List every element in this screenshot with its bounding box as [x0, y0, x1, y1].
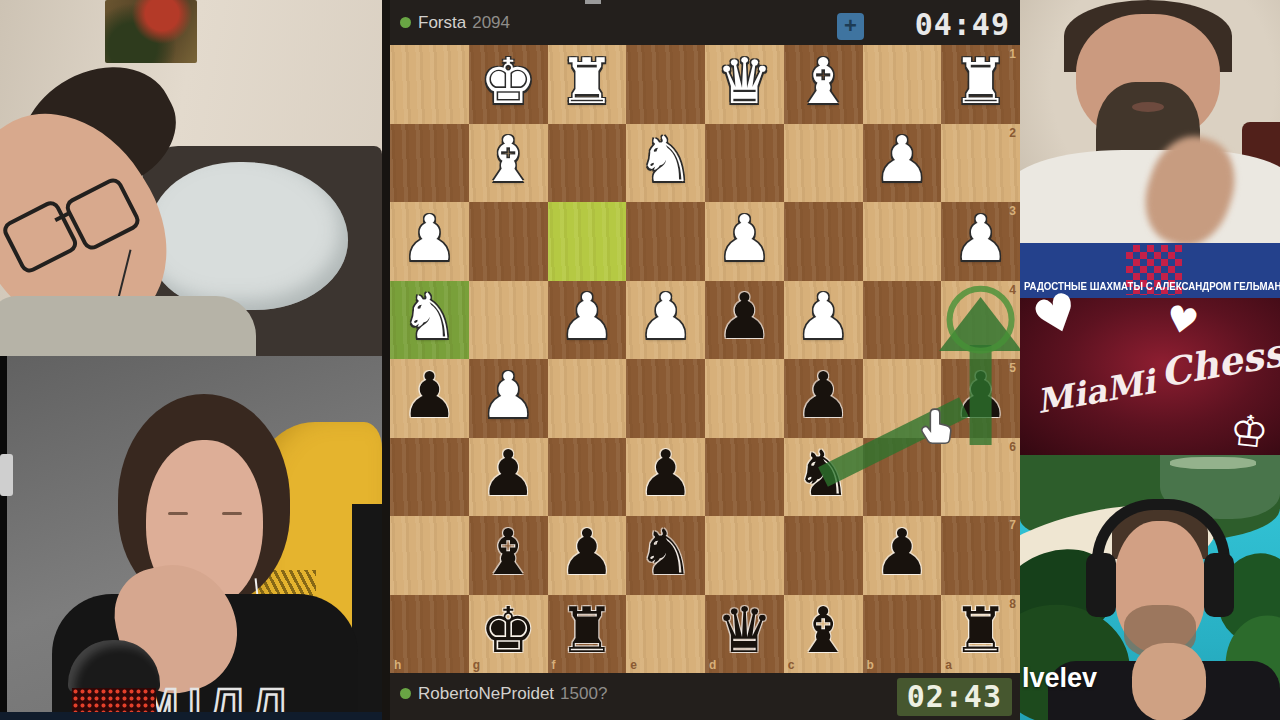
player-name-text: Forsta	[418, 13, 466, 32]
square-e6[interactable]: ♟	[626, 438, 705, 517]
square-h6[interactable]	[390, 438, 469, 517]
white-pawn-f4: ♟	[559, 285, 615, 348]
eyebrow	[168, 512, 188, 515]
square-h5[interactable]: ♟	[390, 359, 469, 438]
square-e4[interactable]: ♟	[626, 281, 705, 360]
square-b2[interactable]: ♟	[863, 124, 942, 203]
black-pawn-a5: ♟	[952, 364, 1008, 427]
rank-label-6: 6	[1009, 440, 1016, 454]
black-pawn-f7: ♟	[559, 521, 615, 584]
square-g3[interactable]	[469, 202, 548, 281]
bottom-player-bar: RobertoNeProidet1500? 02:43	[390, 673, 1020, 720]
frame-edge	[0, 712, 382, 720]
rank-label-5: 5	[1009, 361, 1016, 375]
square-f2[interactable]	[548, 124, 627, 203]
square-b4[interactable]	[863, 281, 942, 360]
black-pawn-e6: ♟	[637, 442, 693, 505]
square-g5[interactable]: ♟	[469, 359, 548, 438]
white-pawn-a3: ♟	[952, 207, 1008, 270]
square-c7[interactable]	[784, 516, 863, 595]
square-d4[interactable]: ♟	[705, 281, 784, 360]
square-g1[interactable]: ♚	[469, 45, 548, 124]
square-a6[interactable]: 6	[941, 438, 1020, 517]
black-pawn-h5: ♟	[401, 364, 457, 427]
square-a1[interactable]: ♜1	[941, 45, 1020, 124]
square-e3[interactable]	[626, 202, 705, 281]
online-status-dot	[400, 17, 411, 28]
webcam-bottom-right: lvelev	[1020, 455, 1280, 720]
white-bishop-g2: ♝	[480, 128, 536, 191]
headphone-cup-left	[1086, 553, 1116, 617]
square-b3[interactable]	[863, 202, 942, 281]
square-c3[interactable]	[784, 202, 863, 281]
square-b6[interactable]	[863, 438, 942, 517]
square-e5[interactable]	[626, 359, 705, 438]
board-panel: Forsta2094 + 04:49 ♚♜♛♝♜1♝♞♟2♟♟♟3♞♟♟♟♟4♟…	[390, 0, 1020, 720]
white-bishop-c1: ♝	[795, 50, 851, 113]
white-pawn-g5: ♟	[480, 364, 536, 427]
square-a5[interactable]: ♟5	[941, 359, 1020, 438]
black-pawn-d4: ♟	[716, 285, 772, 348]
square-a8[interactable]: ♜8a	[941, 595, 1020, 674]
rank-label-2: 2	[1009, 126, 1016, 140]
square-e2[interactable]: ♞	[626, 124, 705, 203]
black-bishop-c8: ♝	[795, 599, 851, 662]
square-c8[interactable]: ♝c	[784, 595, 863, 674]
square-f4[interactable]: ♟	[548, 281, 627, 360]
square-c4[interactable]: ♟	[784, 281, 863, 360]
player-name-text: RobertoNeProidet	[418, 684, 554, 703]
heart-icon: ♥	[1162, 297, 1202, 344]
file-label-e: e	[630, 658, 637, 672]
square-e1[interactable]	[626, 45, 705, 124]
white-king-g1: ♚	[480, 50, 536, 113]
player-rating: 2094	[472, 13, 510, 32]
square-b5[interactable]	[863, 359, 942, 438]
black-knight-e7: ♞	[637, 521, 693, 584]
square-c1[interactable]: ♝	[784, 45, 863, 124]
rank-label-3: 3	[1009, 204, 1016, 218]
square-e7[interactable]: ♞	[626, 516, 705, 595]
add-time-button[interactable]: +	[837, 13, 864, 40]
file-label-a: a	[945, 658, 952, 672]
square-g2[interactable]: ♝	[469, 124, 548, 203]
rank-label-7: 7	[1009, 518, 1016, 532]
webcam-top-right	[1020, 0, 1280, 243]
white-pawn-b2: ♟	[874, 128, 930, 191]
square-b7[interactable]: ♟	[863, 516, 942, 595]
square-a3[interactable]: ♟3	[941, 202, 1020, 281]
frame-edge	[0, 356, 7, 720]
square-d6[interactable]	[705, 438, 784, 517]
square-h4[interactable]: ♞	[390, 281, 469, 360]
square-d1[interactable]: ♛	[705, 45, 784, 124]
square-h1[interactable]	[390, 45, 469, 124]
white-rook-f1: ♜	[559, 50, 615, 113]
square-b8[interactable]: b	[863, 595, 942, 674]
file-label-c: c	[788, 658, 795, 672]
square-c5[interactable]: ♟	[784, 359, 863, 438]
black-knight-c6: ♞	[795, 442, 851, 505]
square-a7[interactable]: 7	[941, 516, 1020, 595]
logo-word-miami: MiaMi	[1034, 362, 1158, 421]
square-f8[interactable]: ♜f	[548, 595, 627, 674]
online-status-dot	[400, 688, 411, 699]
square-h8[interactable]: h	[390, 595, 469, 674]
square-e8[interactable]: e	[626, 595, 705, 674]
square-f1[interactable]: ♜	[548, 45, 627, 124]
webcam-top-left	[0, 0, 382, 356]
black-queen-d8: ♛	[716, 599, 772, 662]
black-bishop-g7: ♝	[480, 521, 536, 584]
square-d2[interactable]	[705, 124, 784, 203]
wall-poster	[105, 0, 197, 63]
square-c6[interactable]: ♞	[784, 438, 863, 517]
man-sweater	[0, 296, 256, 356]
man-fist	[1132, 643, 1206, 720]
square-g7[interactable]: ♝	[469, 516, 548, 595]
square-f5[interactable]	[548, 359, 627, 438]
headphone-cup-right	[1204, 553, 1234, 617]
white-rook-a1: ♜	[952, 50, 1008, 113]
file-label-b: b	[867, 658, 874, 672]
file-label-h: h	[394, 658, 401, 672]
square-h3[interactable]: ♟	[390, 202, 469, 281]
webcam-bottom-left: МІЛЛ	[0, 356, 382, 720]
white-queen-d1: ♛	[716, 50, 772, 113]
white-knight-e2: ♞	[637, 128, 693, 191]
rank-label-4: 4	[1009, 283, 1016, 297]
white-pawn-c4: ♟	[795, 285, 851, 348]
white-pawn-h3: ♟	[401, 207, 457, 270]
black-pawn-c5: ♟	[795, 364, 851, 427]
square-d3[interactable]: ♟	[705, 202, 784, 281]
square-b1[interactable]	[863, 45, 942, 124]
haze	[1170, 457, 1256, 469]
board-grid: ♚♜♛♝♜1♝♞♟2♟♟♟3♞♟♟♟♟4♟♟♟♟5♟♟♞6♝♟♞♟7h♚g♜fe…	[390, 45, 1020, 673]
square-d7[interactable]	[705, 516, 784, 595]
webcam-caption: lvelev	[1022, 663, 1097, 694]
square-a4[interactable]: 4	[941, 281, 1020, 360]
rank-label-1: 1	[1009, 47, 1016, 61]
black-pawn-g6: ♟	[480, 442, 536, 505]
white-knight-h4: ♞	[401, 285, 457, 348]
black-rook-f8: ♜	[559, 599, 615, 662]
square-g6[interactable]: ♟	[469, 438, 548, 517]
square-d8[interactable]: ♛d	[705, 595, 784, 674]
white-pawn-d3: ♟	[716, 207, 772, 270]
square-h2[interactable]	[390, 124, 469, 203]
top-player-name[interactable]: Forsta2094	[418, 13, 510, 33]
miami-chess-logo-panel: ♥ ♥ MiaMi Chess ♔	[1020, 298, 1280, 455]
square-d5[interactable]	[705, 359, 784, 438]
top-player-clock: 04:49	[915, 7, 1010, 42]
square-f3[interactable]	[548, 202, 627, 281]
man-mouth	[1132, 102, 1164, 112]
right-sidebar: РАДОСТНЫЕ ШАХМАТЫ С АЛЕКСАНДРОМ ГЕЛЬМАНО…	[1020, 0, 1280, 720]
eyebrow	[222, 512, 242, 515]
square-h7[interactable]	[390, 516, 469, 595]
square-a2[interactable]: 2	[941, 124, 1020, 203]
square-f6[interactable]	[548, 438, 627, 517]
rank-label-8: 8	[1009, 597, 1016, 611]
file-label-f: f	[552, 658, 556, 672]
black-king-g8: ♚	[480, 599, 536, 662]
bottom-player-clock-active: 02:43	[897, 678, 1012, 716]
square-c2[interactable]	[784, 124, 863, 203]
player-rating: 1500?	[560, 684, 607, 703]
square-g4[interactable]	[469, 281, 548, 360]
top-player-bar: Forsta2094 + 04:49	[390, 0, 1020, 45]
square-g8[interactable]: ♚g	[469, 595, 548, 674]
square-f7[interactable]: ♟	[548, 516, 627, 595]
file-label-d: d	[709, 658, 716, 672]
chess-board[interactable]: ♚♜♛♝♜1♝♞♟2♟♟♟3♞♟♟♟♟4♟♟♟♟5♟♟♞6♝♟♞♟7h♚g♜fe…	[390, 45, 1020, 673]
file-label-g: g	[473, 658, 480, 672]
bottom-player-name[interactable]: RobertoNeProidet1500?	[418, 684, 607, 704]
wall-object	[0, 454, 13, 496]
chess-king-icon: ♔	[1227, 404, 1271, 458]
white-pawn-e4: ♟	[637, 285, 693, 348]
black-pawn-b7: ♟	[874, 521, 930, 584]
black-rook-a8: ♜	[952, 599, 1008, 662]
